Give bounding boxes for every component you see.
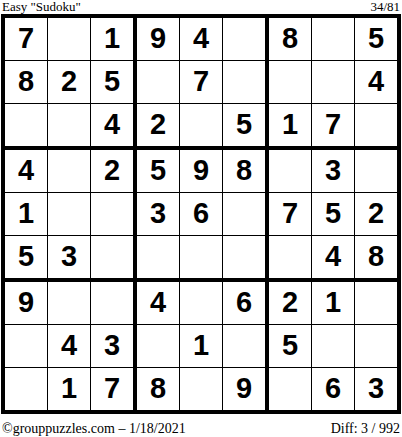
cell-r7c3[interactable] — [91, 282, 137, 325]
cell-r1c5: 4 — [180, 18, 223, 61]
cell-r2c5: 7 — [180, 61, 223, 104]
cell-r5c4: 3 — [137, 193, 180, 236]
cell-r8c7: 5 — [269, 325, 312, 368]
difficulty-text: Diff: 3 / 992 — [331, 421, 400, 436]
cell-r4c5: 9 — [180, 150, 223, 193]
cell-r2c2: 2 — [48, 61, 91, 104]
cell-r7c1: 9 — [5, 282, 48, 325]
cell-r5c6[interactable] — [223, 193, 269, 236]
cell-r2c6[interactable] — [223, 61, 269, 104]
cell-r2c1: 8 — [5, 61, 48, 104]
cell-r3c4: 2 — [137, 104, 180, 150]
cell-r3c3: 4 — [91, 104, 137, 150]
cell-r1c9: 5 — [355, 18, 397, 61]
cell-r6c5[interactable] — [180, 236, 223, 282]
cell-r9c3: 7 — [91, 368, 137, 410]
cell-r6c1: 5 — [5, 236, 48, 282]
footer: ©grouppuzzles.com – 1/18/2021 Diff: 3 / … — [0, 414, 402, 436]
cell-r8c6[interactable] — [223, 325, 269, 368]
cell-r3c2[interactable] — [48, 104, 91, 150]
cell-r5c8: 5 — [312, 193, 355, 236]
cell-r3c9[interactable] — [355, 104, 397, 150]
cell-r7c5[interactable] — [180, 282, 223, 325]
cell-r9c9: 3 — [355, 368, 397, 410]
cell-r5c1: 1 — [5, 193, 48, 236]
cell-r9c6: 9 — [223, 368, 269, 410]
cell-r2c9: 4 — [355, 61, 397, 104]
cell-r8c8[interactable] — [312, 325, 355, 368]
cell-r4c3: 2 — [91, 150, 137, 193]
cell-r7c4: 4 — [137, 282, 180, 325]
header: Easy "Sudoku" 34/81 — [0, 0, 402, 14]
cell-r5c2[interactable] — [48, 193, 91, 236]
cell-r1c3: 1 — [91, 18, 137, 61]
cell-r4c7[interactable] — [269, 150, 312, 193]
cell-r4c8: 3 — [312, 150, 355, 193]
cell-r9c2: 1 — [48, 368, 91, 410]
cell-r4c6: 8 — [223, 150, 269, 193]
puzzle-title: Easy "Sudoku" — [2, 0, 81, 13]
cells-remaining-counter: 34/81 — [370, 0, 400, 13]
cell-r8c4[interactable] — [137, 325, 180, 368]
cell-r1c7: 8 — [269, 18, 312, 61]
cell-r3c6: 5 — [223, 104, 269, 150]
sudoku-page: Easy "Sudoku" 34/81 71948582574425174259… — [0, 0, 402, 437]
cell-r6c7[interactable] — [269, 236, 312, 282]
cell-r2c8[interactable] — [312, 61, 355, 104]
cell-r6c3[interactable] — [91, 236, 137, 282]
cell-r3c7: 1 — [269, 104, 312, 150]
cell-r9c8: 6 — [312, 368, 355, 410]
cell-r8c5: 1 — [180, 325, 223, 368]
cell-r8c3: 3 — [91, 325, 137, 368]
cell-r8c9[interactable] — [355, 325, 397, 368]
cell-r4c1: 4 — [5, 150, 48, 193]
cell-r4c2[interactable] — [48, 150, 91, 193]
cell-r5c9: 2 — [355, 193, 397, 236]
cell-r6c4[interactable] — [137, 236, 180, 282]
cell-r9c1[interactable] — [5, 368, 48, 410]
cell-r8c2: 4 — [48, 325, 91, 368]
cell-r3c5[interactable] — [180, 104, 223, 150]
cell-r7c2[interactable] — [48, 282, 91, 325]
cell-r1c8[interactable] — [312, 18, 355, 61]
cell-r1c2[interactable] — [48, 18, 91, 61]
cell-r1c6[interactable] — [223, 18, 269, 61]
cell-r1c4: 9 — [137, 18, 180, 61]
cell-r2c3: 5 — [91, 61, 137, 104]
cell-r6c9: 8 — [355, 236, 397, 282]
cell-r3c8: 7 — [312, 104, 355, 150]
cell-r6c2: 3 — [48, 236, 91, 282]
cell-r7c7: 2 — [269, 282, 312, 325]
cell-r4c9[interactable] — [355, 150, 397, 193]
cell-r5c3[interactable] — [91, 193, 137, 236]
cell-r2c7[interactable] — [269, 61, 312, 104]
cell-r2c4[interactable] — [137, 61, 180, 104]
cell-r6c6[interactable] — [223, 236, 269, 282]
cell-r5c5: 6 — [180, 193, 223, 236]
cell-r9c4: 8 — [137, 368, 180, 410]
cell-r7c6: 6 — [223, 282, 269, 325]
cell-r3c1[interactable] — [5, 104, 48, 150]
copyright-text: ©grouppuzzles.com – 1/18/2021 — [2, 421, 186, 436]
cell-r4c4: 5 — [137, 150, 180, 193]
cell-r7c8: 1 — [312, 282, 355, 325]
cell-r8c1[interactable] — [5, 325, 48, 368]
sudoku-board: 7194858257442517425983136752534894621431… — [1, 14, 401, 414]
cell-r1c1: 7 — [5, 18, 48, 61]
cell-r9c7[interactable] — [269, 368, 312, 410]
cell-r5c7: 7 — [269, 193, 312, 236]
cell-r7c9[interactable] — [355, 282, 397, 325]
cell-r9c5[interactable] — [180, 368, 223, 410]
cell-r6c8: 4 — [312, 236, 355, 282]
